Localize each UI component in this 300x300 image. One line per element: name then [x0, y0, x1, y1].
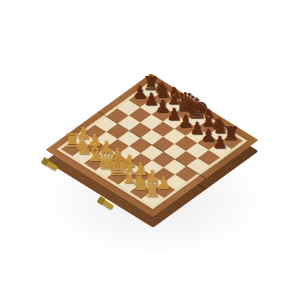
white-bishop-c1: ♝: [85, 142, 106, 165]
black-pawn-h7: ♟: [212, 134, 227, 151]
black-pawn-b7: ♟: [143, 91, 158, 108]
black-pawn-d7: ♟: [166, 106, 181, 123]
white-rook-a1: ♜: [64, 131, 81, 150]
black-king-e8: ♚: [184, 95, 209, 123]
black-knight-b8: ♞: [153, 80, 172, 101]
black-queen-d8: ♛: [173, 90, 196, 116]
white-king-e1: ♚: [105, 152, 130, 180]
black-knight-g8: ♞: [210, 115, 229, 136]
white-pawn-h2: ♟: [156, 175, 171, 192]
black-pawn-e7: ♟: [178, 113, 193, 130]
black-pawn-f7: ♟: [189, 120, 204, 137]
white-queen-d1: ♛: [95, 147, 118, 173]
chess-set-photo: ♜♞♝♛♚♝♞♜♟♟♟♟♟♟♟♟♟♟♟♟♟♟♟♟♜♞♝♛♚♝♞♜: [0, 0, 300, 300]
white-knight-g1: ♞: [131, 172, 150, 193]
pieces-layer: ♜♞♝♛♚♝♞♜♟♟♟♟♟♟♟♟♟♟♟♟♟♟♟♟♜♞♝♛♚♝♞♜: [0, 0, 300, 300]
white-pawn-e2: ♟: [121, 153, 136, 170]
white-pawn-f2: ♟: [133, 161, 148, 178]
black-pawn-c7: ♟: [155, 98, 170, 115]
white-pawn-d2: ♟: [110, 146, 125, 163]
black-pawn-a7: ♟: [132, 84, 147, 101]
white-pawn-b2: ♟: [87, 132, 102, 149]
black-rook-h8: ♜: [222, 124, 239, 143]
white-rook-h1: ♜: [144, 181, 161, 200]
white-pawn-g2: ♟: [144, 168, 159, 185]
black-rook-a8: ♜: [142, 74, 159, 93]
black-bishop-f8: ♝: [198, 106, 219, 129]
black-bishop-c8: ♝: [163, 85, 184, 108]
white-bishop-f1: ♝: [119, 163, 140, 186]
white-knight-b1: ♞: [74, 137, 93, 158]
white-pawn-c2: ♟: [99, 139, 114, 156]
black-pawn-g7: ♟: [201, 127, 216, 144]
white-pawn-a2: ♟: [76, 125, 91, 142]
